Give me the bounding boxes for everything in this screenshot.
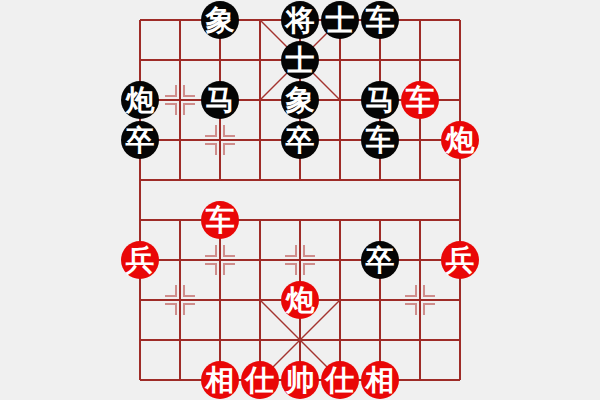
piece-red-elephant-c9[interactable]: 相 bbox=[201, 361, 239, 399]
piece-red-advisor-d9[interactable]: 仕 bbox=[241, 361, 279, 399]
piece-black-soldier-e3[interactable]: 卒 bbox=[281, 121, 319, 159]
piece-black-horse-c2[interactable]: 马 bbox=[201, 81, 239, 119]
piece-black-soldier-a3[interactable]: 卒 bbox=[121, 121, 159, 159]
piece-red-cannon-e7[interactable]: 炮 bbox=[281, 281, 319, 319]
piece-red-advisor-f9[interactable]: 仕 bbox=[321, 361, 359, 399]
piece-black-advisor-e1[interactable]: 士 bbox=[281, 41, 319, 79]
piece-black-general-e0[interactable]: 将 bbox=[281, 1, 319, 39]
piece-black-elephant-e2[interactable]: 象 bbox=[281, 81, 319, 119]
piece-black-elephant-c0[interactable]: 象 bbox=[201, 1, 239, 39]
piece-red-elephant-g9[interactable]: 相 bbox=[361, 361, 399, 399]
piece-red-soldier-i6[interactable]: 兵 bbox=[441, 241, 479, 279]
piece-black-soldier-g6[interactable]: 卒 bbox=[361, 241, 399, 279]
xiangqi-board[interactable]: 象将士车士炮马象马车卒卒车炮车兵卒兵炮相仕帅仕相 bbox=[0, 0, 600, 400]
piece-black-horse-g2[interactable]: 马 bbox=[361, 81, 399, 119]
piece-black-cannon-a2[interactable]: 炮 bbox=[121, 81, 159, 119]
piece-black-chariot-g0[interactable]: 车 bbox=[361, 1, 399, 39]
piece-red-soldier-a6[interactable]: 兵 bbox=[121, 241, 159, 279]
piece-red-chariot-h2[interactable]: 车 bbox=[401, 81, 439, 119]
piece-black-advisor-f0[interactable]: 士 bbox=[321, 1, 359, 39]
piece-red-cannon-i3[interactable]: 炮 bbox=[441, 121, 479, 159]
board-pieces-layer: 象将士车士炮马象马车卒卒车炮车兵卒兵炮相仕帅仕相 bbox=[120, 0, 480, 400]
piece-red-general-e9[interactable]: 帅 bbox=[281, 361, 319, 399]
piece-red-chariot-c5[interactable]: 车 bbox=[201, 201, 239, 239]
piece-black-chariot-g3[interactable]: 车 bbox=[361, 121, 399, 159]
